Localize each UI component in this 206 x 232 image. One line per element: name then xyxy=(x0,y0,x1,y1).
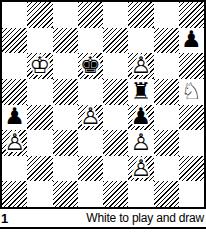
square-c7[interactable] xyxy=(53,28,78,54)
square-a2[interactable] xyxy=(2,156,27,182)
square-e1[interactable] xyxy=(103,181,128,207)
square-a7[interactable] xyxy=(2,28,27,54)
square-h1[interactable] xyxy=(179,181,204,207)
square-d4[interactable]: ♟♙ xyxy=(78,105,103,131)
black-pawn-h7[interactable]: ♟ xyxy=(179,28,204,54)
piece-outline: ♙ xyxy=(131,156,152,179)
square-b6[interactable]: ♚♔ xyxy=(27,53,52,79)
square-b7[interactable] xyxy=(27,28,52,54)
white-knight-h5[interactable]: ♞♘ xyxy=(179,79,204,105)
white-pawn-f2[interactable]: ♟♙ xyxy=(128,156,153,182)
white-pawn-f3[interactable]: ♟♙ xyxy=(128,130,153,156)
piece-outline: ♙ xyxy=(80,105,101,128)
square-h4[interactable] xyxy=(179,105,204,131)
square-e3[interactable] xyxy=(103,130,128,156)
square-g4[interactable] xyxy=(154,105,179,131)
piece-outline: ♙ xyxy=(131,54,152,77)
square-a3[interactable]: ♟♙ xyxy=(2,130,27,156)
square-a4[interactable]: ♟ xyxy=(2,105,27,131)
square-b8[interactable] xyxy=(27,2,52,28)
square-a6[interactable] xyxy=(2,53,27,79)
piece-outline: ♘ xyxy=(181,79,202,102)
square-c2[interactable] xyxy=(53,156,78,182)
piece-glyph: ♚ xyxy=(80,54,101,77)
piece-glyph: ♜ xyxy=(131,79,152,102)
square-d2[interactable] xyxy=(78,156,103,182)
square-c4[interactable] xyxy=(53,105,78,131)
square-a5[interactable] xyxy=(2,79,27,105)
board: ♟♚♔♚♟♙♜♞♘♟♟♙♟♟♙♟♙♟♙ xyxy=(0,0,206,209)
black-pawn-f4[interactable]: ♟ xyxy=(128,105,153,131)
caption-bar: 1 White to play and draw xyxy=(0,209,206,227)
square-h2[interactable] xyxy=(179,156,204,182)
piece-outline: ♙ xyxy=(4,131,25,154)
square-e2[interactable] xyxy=(103,156,128,182)
square-e7[interactable] xyxy=(103,28,128,54)
square-g6[interactable] xyxy=(154,53,179,79)
piece-glyph: ♟ xyxy=(181,28,202,51)
square-g2[interactable] xyxy=(154,156,179,182)
square-f5[interactable]: ♜ xyxy=(128,79,153,105)
square-c8[interactable] xyxy=(53,2,78,28)
chess-diagram-page: ♟♚♔♚♟♙♜♞♘♟♟♙♟♟♙♟♙♟♙ 1 White to play and … xyxy=(0,0,206,232)
task-text: White to play and draw xyxy=(86,211,204,225)
square-g5[interactable] xyxy=(154,79,179,105)
square-d5[interactable] xyxy=(78,79,103,105)
square-h3[interactable] xyxy=(179,130,204,156)
black-rook-f5[interactable]: ♜ xyxy=(128,79,153,105)
piece-glyph: ♟ xyxy=(131,105,152,128)
square-d6[interactable]: ♚ xyxy=(78,53,103,79)
square-f8[interactable] xyxy=(128,2,153,28)
square-f7[interactable] xyxy=(128,28,153,54)
square-a1[interactable] xyxy=(2,181,27,207)
square-a8[interactable] xyxy=(2,2,27,28)
square-c3[interactable] xyxy=(53,130,78,156)
square-b1[interactable] xyxy=(27,181,52,207)
square-e6[interactable] xyxy=(103,53,128,79)
bottom-rule xyxy=(0,227,206,229)
square-f2[interactable]: ♟♙ xyxy=(128,156,153,182)
square-b3[interactable] xyxy=(27,130,52,156)
square-d8[interactable] xyxy=(78,2,103,28)
piece-glyph: ♟ xyxy=(4,105,25,128)
square-d7[interactable] xyxy=(78,28,103,54)
square-e5[interactable] xyxy=(103,79,128,105)
square-f3[interactable]: ♟♙ xyxy=(128,130,153,156)
black-pawn-a4[interactable]: ♟ xyxy=(2,105,27,131)
piece-outline: ♙ xyxy=(131,131,152,154)
white-king-b6[interactable]: ♚♔ xyxy=(27,53,52,79)
square-g8[interactable] xyxy=(154,2,179,28)
square-f1[interactable] xyxy=(128,181,153,207)
square-g3[interactable] xyxy=(154,130,179,156)
diagram-number: 1 xyxy=(1,211,8,226)
piece-outline: ♔ xyxy=(30,54,51,77)
square-d3[interactable] xyxy=(78,130,103,156)
square-e8[interactable] xyxy=(103,2,128,28)
square-c6[interactable] xyxy=(53,53,78,79)
square-b4[interactable] xyxy=(27,105,52,131)
black-king-d6[interactable]: ♚ xyxy=(78,53,103,79)
square-b2[interactable] xyxy=(27,156,52,182)
square-e4[interactable] xyxy=(103,105,128,131)
square-g1[interactable] xyxy=(154,181,179,207)
square-b5[interactable] xyxy=(27,79,52,105)
square-h7[interactable]: ♟ xyxy=(179,28,204,54)
square-f4[interactable]: ♟ xyxy=(128,105,153,131)
square-c5[interactable] xyxy=(53,79,78,105)
square-h8[interactable] xyxy=(179,2,204,28)
square-c1[interactable] xyxy=(53,181,78,207)
square-f6[interactable]: ♟♙ xyxy=(128,53,153,79)
square-d1[interactable] xyxy=(78,181,103,207)
square-h6[interactable] xyxy=(179,53,204,79)
square-g7[interactable] xyxy=(154,28,179,54)
white-pawn-a3[interactable]: ♟♙ xyxy=(2,130,27,156)
white-pawn-f6[interactable]: ♟♙ xyxy=(128,53,153,79)
white-pawn-d4[interactable]: ♟♙ xyxy=(78,105,103,131)
square-h5[interactable]: ♞♘ xyxy=(179,79,204,105)
